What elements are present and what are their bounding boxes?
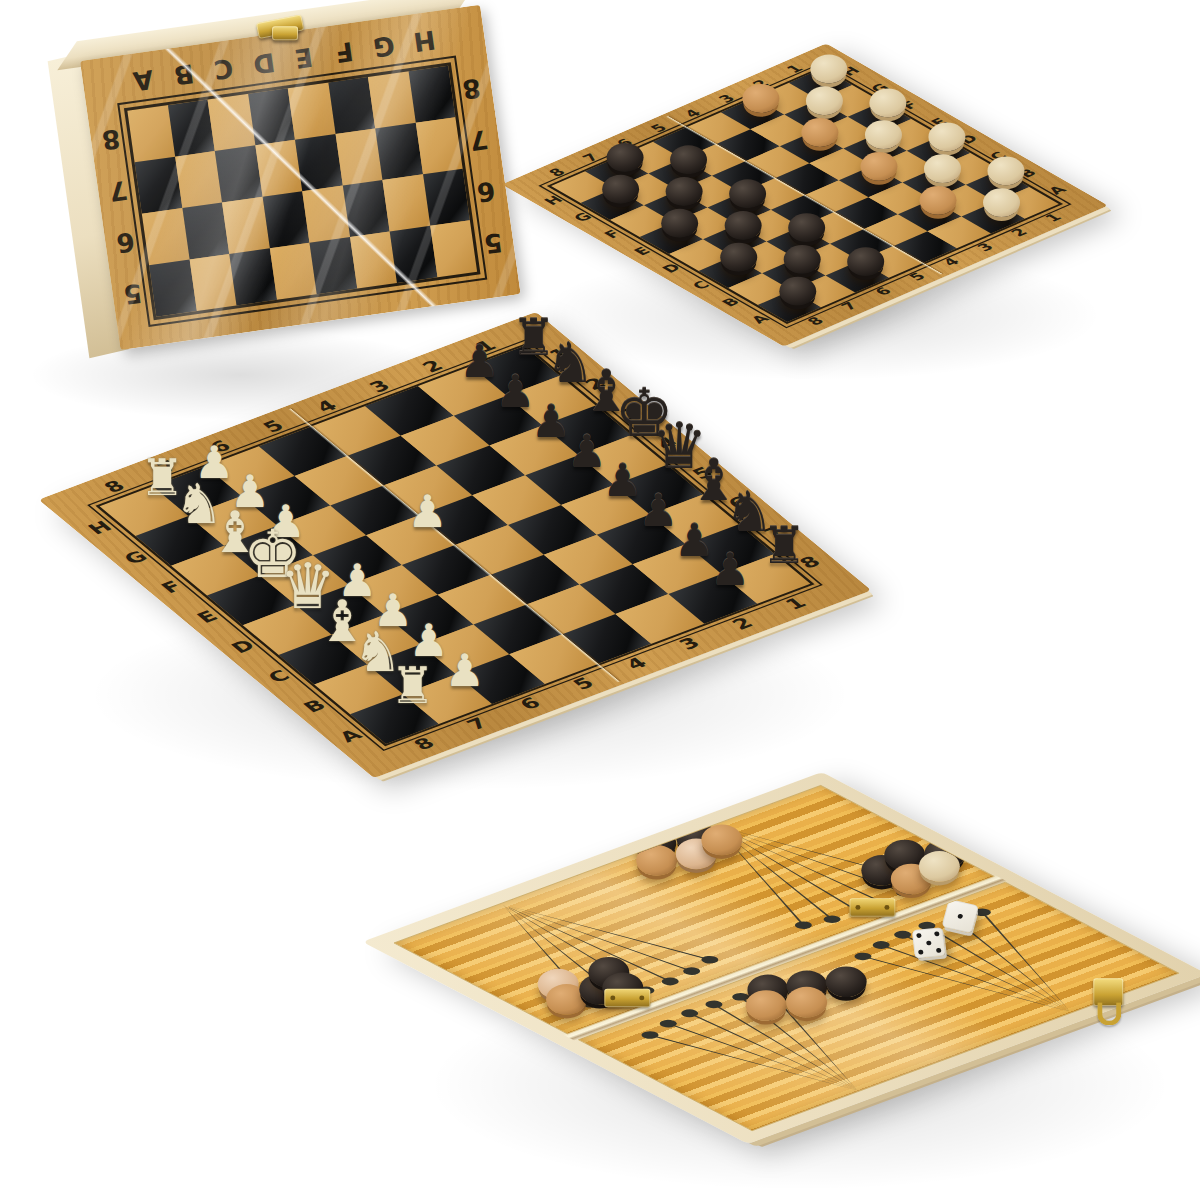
light-square bbox=[415, 117, 462, 174]
chess-piece-black-pawn: ♟ bbox=[495, 369, 535, 414]
backgammon-checker-dark bbox=[826, 966, 867, 997]
coordinate-label: G bbox=[372, 32, 397, 61]
checkers-piece-light bbox=[923, 154, 960, 183]
closed-box-front: ABCDEFGH88776655 bbox=[80, 5, 521, 350]
checkers-piece-light bbox=[928, 122, 965, 151]
coordinate-label: F bbox=[333, 38, 354, 66]
backgammon-point-dot bbox=[656, 1018, 680, 1029]
dark-square bbox=[182, 203, 229, 260]
backgammon-checker-tan bbox=[786, 987, 827, 1018]
backgammon-point-dot bbox=[638, 1030, 661, 1040]
checkers-piece-dark bbox=[728, 179, 765, 208]
checkers-piece-dark bbox=[724, 211, 761, 240]
dark-square bbox=[167, 100, 214, 157]
backgammon-point-dot bbox=[698, 955, 721, 965]
chess-piece-black-pawn: ♟ bbox=[531, 399, 571, 444]
backgammon-point-dot bbox=[851, 951, 874, 961]
die-pip bbox=[936, 948, 941, 953]
chess-piece-white-rook: ♜ bbox=[390, 661, 435, 711]
light-square bbox=[350, 232, 397, 289]
chess-piece-white-pawn: ♟ bbox=[444, 648, 484, 693]
coordinate-label: 7 bbox=[108, 177, 130, 205]
light-square bbox=[127, 105, 174, 162]
checkers-piece-dark bbox=[787, 213, 824, 242]
die-showing-5 bbox=[912, 927, 946, 958]
die-pip bbox=[918, 950, 923, 955]
light-square bbox=[222, 197, 269, 254]
dark-square bbox=[390, 226, 437, 283]
backgammon-checker-tan bbox=[701, 824, 742, 855]
coordinate-label: A bbox=[132, 66, 156, 95]
gold-clasp-latch bbox=[272, 26, 298, 40]
backgammon-point-dot bbox=[680, 966, 704, 977]
light-square bbox=[189, 254, 236, 311]
checkers-piece-dark bbox=[783, 245, 820, 274]
die-pip bbox=[926, 940, 931, 945]
checkers-piece-light bbox=[987, 156, 1024, 185]
die-showing-1 bbox=[941, 899, 979, 934]
dark-square bbox=[423, 169, 470, 226]
checkers-piece-dark bbox=[665, 177, 702, 206]
dark-square bbox=[328, 77, 375, 134]
gold-clasp bbox=[1093, 978, 1123, 1006]
chess-piece-black-pawn: ♟ bbox=[602, 458, 642, 503]
dark-square bbox=[375, 123, 422, 180]
light-square bbox=[382, 174, 429, 231]
coordinate-label: D bbox=[251, 49, 276, 78]
checkers-piece-light bbox=[982, 188, 1019, 217]
dark-square bbox=[342, 180, 389, 237]
checkers-piece-dark bbox=[846, 247, 883, 276]
light-square bbox=[430, 220, 477, 277]
dark-square bbox=[248, 88, 295, 145]
coordinate-label: 7 bbox=[468, 126, 490, 154]
chess-piece-black-pawn: ♟ bbox=[459, 339, 499, 384]
checkers-piece-dark bbox=[660, 209, 697, 238]
dark-square bbox=[309, 237, 356, 294]
chess-piece-white-pawn: ♟ bbox=[409, 618, 449, 663]
die-pip bbox=[934, 931, 939, 936]
checkers-piece-light bbox=[860, 152, 897, 181]
backgammon-point-dot bbox=[821, 914, 844, 924]
light-square bbox=[269, 243, 316, 300]
checkers-piece-dark bbox=[669, 145, 706, 174]
backgammon-checker-tan bbox=[636, 845, 677, 876]
dark-square bbox=[149, 260, 196, 317]
coordinate-label: 6 bbox=[475, 178, 497, 206]
backgammon-point-dot bbox=[869, 940, 893, 951]
coordinate-label: C bbox=[212, 55, 235, 83]
gold-hinge bbox=[604, 989, 650, 1007]
checkers-piece-light bbox=[919, 186, 956, 215]
checkers-piece-light bbox=[805, 86, 842, 115]
coordinate-label: 8 bbox=[461, 75, 483, 103]
dark-square bbox=[215, 145, 262, 202]
chess-piece-black-pawn: ♟ bbox=[674, 518, 714, 563]
backgammon-point-dot bbox=[702, 999, 726, 1009]
light-square bbox=[335, 129, 382, 186]
coordinate-label: H bbox=[412, 26, 437, 55]
checkers-piece-light bbox=[869, 88, 906, 117]
dark-square bbox=[135, 157, 182, 214]
checkers-piece-dark bbox=[601, 175, 638, 204]
checkers-piece-dark bbox=[779, 277, 816, 306]
dark-square bbox=[295, 134, 342, 191]
coordinate-label: 5 bbox=[483, 229, 505, 257]
dark-square bbox=[262, 191, 309, 248]
checkers-piece-light bbox=[742, 84, 779, 113]
die-pip bbox=[916, 933, 921, 938]
light-square bbox=[255, 140, 302, 197]
gold-clasp-hook bbox=[1097, 1002, 1121, 1025]
coordinate-label: 6 bbox=[115, 228, 137, 256]
light-square bbox=[142, 208, 189, 265]
dark-square bbox=[408, 66, 455, 123]
checkers-piece-light bbox=[801, 118, 838, 147]
light-square bbox=[368, 71, 415, 128]
chess-piece-white-pawn: ♟ bbox=[407, 489, 447, 534]
checkers-piece-light bbox=[810, 55, 847, 84]
checkers-piece-dark bbox=[720, 243, 757, 272]
coordinate-label: 8 bbox=[100, 125, 122, 153]
coordinate-label: B bbox=[172, 60, 195, 89]
light-square bbox=[288, 83, 335, 140]
closed-box-half-board bbox=[127, 66, 477, 317]
chess-piece-black-rook: ♜ bbox=[762, 521, 807, 571]
light-square bbox=[208, 94, 255, 151]
backgammon-checker-pale bbox=[919, 851, 960, 882]
checkers-piece-dark bbox=[606, 143, 643, 172]
backgammon-point-dot bbox=[792, 920, 814, 930]
light-square bbox=[302, 186, 349, 243]
light-square bbox=[175, 151, 222, 208]
die-pip bbox=[957, 913, 963, 919]
checkers-piece-light bbox=[864, 120, 901, 149]
coordinate-label: E bbox=[293, 44, 314, 72]
coordinate-label: 5 bbox=[122, 280, 144, 308]
product-photo-stage: ABCDEFGH88776655 8765432187654321HGFEDCB… bbox=[0, 0, 1200, 1200]
backgammon-checker-tan bbox=[746, 990, 787, 1021]
chess-piece-black-pawn: ♟ bbox=[710, 547, 750, 592]
dark-square bbox=[229, 248, 276, 305]
chess-piece-black-pawn: ♟ bbox=[567, 429, 607, 474]
chess-piece-black-pawn: ♟ bbox=[638, 488, 678, 533]
gold-hinge bbox=[849, 898, 895, 916]
